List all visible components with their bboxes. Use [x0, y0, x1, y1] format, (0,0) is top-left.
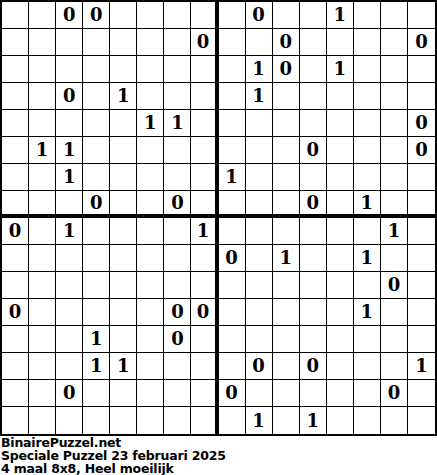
cell-r16c7[interactable] [164, 407, 191, 434]
cell-r7c6[interactable] [137, 164, 164, 191]
cell-r11c8[interactable] [191, 272, 218, 299]
cell-r11c2[interactable] [29, 272, 56, 299]
cell-r15c11[interactable] [273, 380, 300, 407]
cell-r13c5[interactable] [110, 326, 137, 353]
cell-r13c14[interactable] [354, 326, 381, 353]
cell-r15c10[interactable] [246, 380, 273, 407]
cell-r10c8[interactable] [191, 245, 218, 272]
cell-r14c13[interactable] [327, 353, 354, 380]
cell-r13c6[interactable] [137, 326, 164, 353]
cell-r6c9[interactable] [219, 137, 246, 164]
cell-r12c15[interactable] [381, 299, 408, 326]
cell-r16c1[interactable] [2, 407, 29, 434]
cell-r2c8: 0 [191, 29, 218, 56]
cell-r8c14: 1 [354, 191, 381, 218]
cell-r2c13[interactable] [327, 29, 354, 56]
cell-r6c10[interactable] [246, 137, 273, 164]
cell-r5c12[interactable] [300, 110, 327, 137]
cell-r2c7[interactable] [164, 29, 191, 56]
cell-r15c9: 0 [219, 380, 246, 407]
cell-r1c5[interactable] [110, 2, 137, 29]
cell-r14c5: 1 [110, 353, 137, 380]
cell-r2c16: 0 [408, 29, 435, 56]
cell-r13c11[interactable] [273, 326, 300, 353]
cell-r9c5[interactable] [110, 218, 137, 245]
cell-r1c15[interactable] [381, 2, 408, 29]
cell-r14c11[interactable] [273, 353, 300, 380]
cell-r12c6[interactable] [137, 299, 164, 326]
cell-r7c8[interactable] [191, 164, 218, 191]
cell-r15c3: 0 [56, 380, 83, 407]
cell-r6c3: 1 [56, 137, 83, 164]
cell-r2c6[interactable] [137, 29, 164, 56]
cell-r7c14[interactable] [354, 164, 381, 191]
cell-r1c14[interactable] [354, 2, 381, 29]
cell-r14c9[interactable] [219, 353, 246, 380]
cell-r3c2[interactable] [29, 56, 56, 83]
cell-r13c3[interactable] [56, 326, 83, 353]
cell-r1c16[interactable] [408, 2, 435, 29]
cell-r16c4[interactable] [83, 407, 110, 434]
cell-r7c2[interactable] [29, 164, 56, 191]
cell-r16c10: 1 [246, 407, 273, 434]
cell-r4c4[interactable] [83, 83, 110, 110]
cell-r11c5[interactable] [110, 272, 137, 299]
cell-r3c13: 1 [327, 56, 354, 83]
cell-r2c2[interactable] [29, 29, 56, 56]
cell-r4c11[interactable] [273, 83, 300, 110]
cell-r12c5[interactable] [110, 299, 137, 326]
cell-r5c16: 0 [408, 110, 435, 137]
cell-r12c11[interactable] [273, 299, 300, 326]
cell-r11c7[interactable] [164, 272, 191, 299]
cell-r13c9[interactable] [219, 326, 246, 353]
cell-r6c6[interactable] [137, 137, 164, 164]
cell-r5c5[interactable] [110, 110, 137, 137]
cell-r10c14: 1 [354, 245, 381, 272]
cell-r5c13[interactable] [327, 110, 354, 137]
cell-r1c13: 1 [327, 2, 354, 29]
cell-r5c11[interactable] [273, 110, 300, 137]
cell-r8c9[interactable] [219, 191, 246, 218]
cell-r8c2[interactable] [29, 191, 56, 218]
cell-r11c11[interactable] [273, 272, 300, 299]
cell-r5c10[interactable] [246, 110, 273, 137]
cell-r4c12[interactable] [300, 83, 327, 110]
cell-r8c7: 0 [164, 191, 191, 218]
cell-r7c1[interactable] [2, 164, 29, 191]
footer: BinairePuzzel.net Speciale Puzzel 23 feb… [1, 436, 436, 475]
cell-r6c12: 0 [300, 137, 327, 164]
cell-r14c2[interactable] [29, 353, 56, 380]
cell-r1c3: 0 [56, 2, 83, 29]
cell-r7c11[interactable] [273, 164, 300, 191]
cell-r4c16[interactable] [408, 83, 435, 110]
cell-r11c4[interactable] [83, 272, 110, 299]
cell-r12c9[interactable] [219, 299, 246, 326]
cell-r6c15[interactable] [381, 137, 408, 164]
cell-r2c4[interactable] [83, 29, 110, 56]
cell-r16c14[interactable] [354, 407, 381, 434]
cell-r15c4[interactable] [83, 380, 110, 407]
cell-r12c16[interactable] [408, 299, 435, 326]
cell-r16c9[interactable] [219, 407, 246, 434]
cell-r14c16: 1 [408, 353, 435, 380]
cell-r15c8[interactable] [191, 380, 218, 407]
cell-r3c9[interactable] [219, 56, 246, 83]
cell-r7c9: 1 [219, 164, 246, 191]
cell-r13c7: 0 [164, 326, 191, 353]
cell-r8c8[interactable] [191, 191, 218, 218]
cell-r6c16: 0 [408, 137, 435, 164]
puzzle-board: 0001000101011110110011000101110110000110… [0, 0, 437, 436]
cell-r13c4: 1 [83, 326, 110, 353]
cell-r14c14[interactable] [354, 353, 381, 380]
cell-r15c7[interactable] [164, 380, 191, 407]
cell-r9c10[interactable] [246, 218, 273, 245]
cell-r13c16[interactable] [408, 326, 435, 353]
cell-r11c15: 0 [381, 272, 408, 299]
cell-r3c1[interactable] [2, 56, 29, 83]
cell-r9c16[interactable] [408, 218, 435, 245]
cell-r12c3[interactable] [56, 299, 83, 326]
cell-r14c12: 0 [300, 353, 327, 380]
cell-r3c15[interactable] [381, 56, 408, 83]
cell-r11c3[interactable] [56, 272, 83, 299]
cell-r4c15[interactable] [381, 83, 408, 110]
cell-r1c4: 0 [83, 2, 110, 29]
cell-r14c3[interactable] [56, 353, 83, 380]
cell-r9c9[interactable] [219, 218, 246, 245]
cell-r12c2[interactable] [29, 299, 56, 326]
cell-r16c5[interactable] [110, 407, 137, 434]
cell-r16c11[interactable] [273, 407, 300, 434]
cell-r16c3[interactable] [56, 407, 83, 434]
cell-r16c16[interactable] [408, 407, 435, 434]
cell-r16c8[interactable] [191, 407, 218, 434]
cell-r14c1[interactable] [2, 353, 29, 380]
cell-r10c7[interactable] [164, 245, 191, 272]
cell-r8c1[interactable] [2, 191, 29, 218]
cell-r15c14[interactable] [354, 380, 381, 407]
cell-r15c13[interactable] [327, 380, 354, 407]
cell-r5c7: 1 [164, 110, 191, 137]
cell-r5c15[interactable] [381, 110, 408, 137]
cell-r14c10: 0 [246, 353, 273, 380]
cell-r15c5[interactable] [110, 380, 137, 407]
cell-r13c12[interactable] [300, 326, 327, 353]
cell-r6c14[interactable] [354, 137, 381, 164]
cell-r13c15[interactable] [381, 326, 408, 353]
cell-r10c13[interactable] [327, 245, 354, 272]
cell-r3c16[interactable] [408, 56, 435, 83]
cell-r6c1[interactable] [2, 137, 29, 164]
cell-r8c6[interactable] [137, 191, 164, 218]
cell-r6c11[interactable] [273, 137, 300, 164]
cell-r1c10: 0 [246, 2, 273, 29]
cell-r10c3[interactable] [56, 245, 83, 272]
cell-r8c4: 0 [83, 191, 110, 218]
cell-r3c7[interactable] [164, 56, 191, 83]
cell-r8c12: 0 [300, 191, 327, 218]
cell-r4c10: 1 [246, 83, 273, 110]
cell-r10c6[interactable] [137, 245, 164, 272]
cell-r2c14[interactable] [354, 29, 381, 56]
cell-r11c13[interactable] [327, 272, 354, 299]
cell-r1c12[interactable] [300, 2, 327, 29]
cell-r12c1: 0 [2, 299, 29, 326]
cell-r5c2[interactable] [29, 110, 56, 137]
cell-r9c1: 0 [2, 218, 29, 245]
cell-r8c11[interactable] [273, 191, 300, 218]
cell-r5c4[interactable] [83, 110, 110, 137]
cell-r6c2: 1 [29, 137, 56, 164]
cell-r13c1[interactable] [2, 326, 29, 353]
cell-r10c1[interactable] [2, 245, 29, 272]
cell-r3c12[interactable] [300, 56, 327, 83]
cell-r4c9[interactable] [219, 83, 246, 110]
cell-r15c2[interactable] [29, 380, 56, 407]
cell-r11c10[interactable] [246, 272, 273, 299]
cell-r11c12[interactable] [300, 272, 327, 299]
cell-r10c9: 0 [219, 245, 246, 272]
cell-r10c15[interactable] [381, 245, 408, 272]
cell-r16c15[interactable] [381, 407, 408, 434]
cell-r8c10[interactable] [246, 191, 273, 218]
cell-r9c4[interactable] [83, 218, 110, 245]
cell-r10c16[interactable] [408, 245, 435, 272]
cell-r12c14: 1 [354, 299, 381, 326]
cell-r2c5[interactable] [110, 29, 137, 56]
cell-r1c11[interactable] [273, 2, 300, 29]
cell-r16c2[interactable] [29, 407, 56, 434]
cell-r4c8[interactable] [191, 83, 218, 110]
cell-r9c15: 1 [381, 218, 408, 245]
cell-r10c11: 1 [273, 245, 300, 272]
cell-r4c14[interactable] [354, 83, 381, 110]
cell-r5c8[interactable] [191, 110, 218, 137]
cell-r15c12[interactable] [300, 380, 327, 407]
cell-r12c12[interactable] [300, 299, 327, 326]
cell-r9c8: 1 [191, 218, 218, 245]
cell-r5c14[interactable] [354, 110, 381, 137]
cell-r2c3[interactable] [56, 29, 83, 56]
cell-r8c15[interactable] [381, 191, 408, 218]
cell-r14c6[interactable] [137, 353, 164, 380]
cell-r9c13[interactable] [327, 218, 354, 245]
cell-r6c8[interactable] [191, 137, 218, 164]
cell-r2c1[interactable] [2, 29, 29, 56]
cell-r13c2[interactable] [29, 326, 56, 353]
cell-r4c6[interactable] [137, 83, 164, 110]
cell-r12c4[interactable] [83, 299, 110, 326]
cell-r15c15: 0 [381, 380, 408, 407]
cell-r6c7[interactable] [164, 137, 191, 164]
cell-r9c14[interactable] [354, 218, 381, 245]
cell-r7c10[interactable] [246, 164, 273, 191]
cell-r10c12[interactable] [300, 245, 327, 272]
cell-r3c10: 1 [246, 56, 273, 83]
cell-r1c1[interactable] [2, 2, 29, 29]
cell-r4c13[interactable] [327, 83, 354, 110]
cell-r16c6[interactable] [137, 407, 164, 434]
cell-r11c16[interactable] [408, 272, 435, 299]
cell-r2c10[interactable] [246, 29, 273, 56]
cell-r12c13[interactable] [327, 299, 354, 326]
cell-r7c13[interactable] [327, 164, 354, 191]
cell-r4c1[interactable] [2, 83, 29, 110]
puzzle-page: 0001000101011110110011000101110110000110… [0, 0, 437, 475]
cell-r6c4[interactable] [83, 137, 110, 164]
cell-r8c16[interactable] [408, 191, 435, 218]
cell-r13c10[interactable] [246, 326, 273, 353]
cell-r15c1[interactable] [2, 380, 29, 407]
cell-r4c3: 0 [56, 83, 83, 110]
cell-r2c12[interactable] [300, 29, 327, 56]
cell-r10c4[interactable] [83, 245, 110, 272]
cell-r10c10[interactable] [246, 245, 273, 272]
cell-r15c16[interactable] [408, 380, 435, 407]
cell-r13c13[interactable] [327, 326, 354, 353]
cell-r5c1[interactable] [2, 110, 29, 137]
cell-r11c1[interactable] [2, 272, 29, 299]
cell-r7c7[interactable] [164, 164, 191, 191]
cell-r3c5[interactable] [110, 56, 137, 83]
cell-r10c2[interactable] [29, 245, 56, 272]
cell-r14c4: 1 [83, 353, 110, 380]
cell-r5c6: 1 [137, 110, 164, 137]
cell-r6c5[interactable] [110, 137, 137, 164]
puzzle-subtitle: 4 maal 8x8, Heel moeilijk [1, 462, 436, 475]
cell-r16c13[interactable] [327, 407, 354, 434]
cell-r14c15[interactable] [381, 353, 408, 380]
cell-r14c8[interactable] [191, 353, 218, 380]
cell-r2c11: 0 [273, 29, 300, 56]
cell-r5c3[interactable] [56, 110, 83, 137]
cell-r3c6[interactable] [137, 56, 164, 83]
cell-r7c4[interactable] [83, 164, 110, 191]
cell-r12c7: 0 [164, 299, 191, 326]
cell-r6c13[interactable] [327, 137, 354, 164]
cell-r11c9[interactable] [219, 272, 246, 299]
cell-r3c11: 0 [273, 56, 300, 83]
cell-r3c4[interactable] [83, 56, 110, 83]
cell-r3c3[interactable] [56, 56, 83, 83]
cell-r4c5: 1 [110, 83, 137, 110]
cell-r9c6[interactable] [137, 218, 164, 245]
cell-r9c7[interactable] [164, 218, 191, 245]
cell-r5c9[interactable] [219, 110, 246, 137]
cell-r1c7[interactable] [164, 2, 191, 29]
cell-r10c5[interactable] [110, 245, 137, 272]
cell-r7c3: 1 [56, 164, 83, 191]
cell-r2c15[interactable] [381, 29, 408, 56]
cell-r2c9[interactable] [219, 29, 246, 56]
cell-r11c6[interactable] [137, 272, 164, 299]
cell-r7c16[interactable] [408, 164, 435, 191]
cell-r7c5[interactable] [110, 164, 137, 191]
cell-r1c6[interactable] [137, 2, 164, 29]
cell-r9c11[interactable] [273, 218, 300, 245]
cell-r1c2[interactable] [29, 2, 56, 29]
cell-r3c14[interactable] [354, 56, 381, 83]
cell-r8c13[interactable] [327, 191, 354, 218]
cell-r8c5[interactable] [110, 191, 137, 218]
cell-r12c8: 0 [191, 299, 218, 326]
cell-r9c12[interactable] [300, 218, 327, 245]
cell-r7c12[interactable] [300, 164, 327, 191]
cell-r12c10[interactable] [246, 299, 273, 326]
cell-r4c7[interactable] [164, 83, 191, 110]
cell-r13c8[interactable] [191, 326, 218, 353]
cell-r9c3: 1 [56, 218, 83, 245]
cell-r15c6[interactable] [137, 380, 164, 407]
cell-r9c2[interactable] [29, 218, 56, 245]
cell-r1c9[interactable] [219, 2, 246, 29]
cell-r7c15[interactable] [381, 164, 408, 191]
cell-r11c14[interactable] [354, 272, 381, 299]
cell-r4c2[interactable] [29, 83, 56, 110]
cell-r16c12: 1 [300, 407, 327, 434]
cell-r3c8[interactable] [191, 56, 218, 83]
cell-r1c8[interactable] [191, 2, 218, 29]
cell-r8c3[interactable] [56, 191, 83, 218]
cell-r14c7[interactable] [164, 353, 191, 380]
